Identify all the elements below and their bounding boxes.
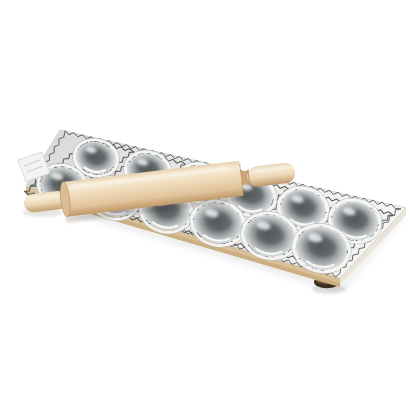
ravioli-mould-and-rolling-pin-scene <box>0 0 416 416</box>
product-photo <box>0 0 416 416</box>
